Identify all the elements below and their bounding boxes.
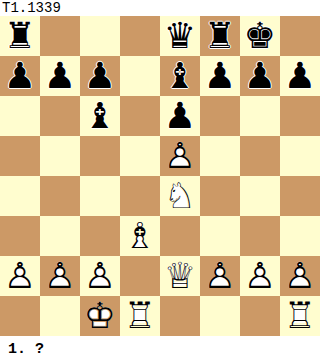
square-e7[interactable]: ♝ xyxy=(160,56,200,96)
black-pawn-icon: ♟ xyxy=(200,56,240,96)
square-b7[interactable]: ♟ xyxy=(40,56,80,96)
square-e5[interactable]: ♟♙ xyxy=(160,136,200,176)
square-a1[interactable] xyxy=(0,296,40,336)
white-rook-icon: ♜♖ xyxy=(120,296,160,336)
square-f1[interactable] xyxy=(200,296,240,336)
square-b3[interactable] xyxy=(40,216,80,256)
white-pawn-outline: ♙ xyxy=(0,256,40,296)
square-b2[interactable]: ♟♙ xyxy=(40,256,80,296)
square-c8[interactable] xyxy=(80,16,120,56)
white-rook-outline: ♖ xyxy=(120,296,160,336)
chess-puzzle-app: T1.1339 ♜♛♜♚♟♟♟♝♟♟♟♝♟♟♙♞♘♝♗♟♙♟♙♟♙♛♕♟♙♟♙♟… xyxy=(0,0,320,358)
black-rook-icon: ♜ xyxy=(0,16,40,56)
white-queen-outline: ♕ xyxy=(160,256,200,296)
square-a5[interactable] xyxy=(0,136,40,176)
square-g1[interactable] xyxy=(240,296,280,336)
white-bishop-icon: ♝♗ xyxy=(120,216,160,256)
white-pawn-outline: ♙ xyxy=(280,256,320,296)
white-pawn-outline: ♙ xyxy=(40,256,80,296)
square-c3[interactable] xyxy=(80,216,120,256)
square-g2[interactable]: ♟♙ xyxy=(240,256,280,296)
square-f7[interactable]: ♟ xyxy=(200,56,240,96)
white-queen-icon: ♛♕ xyxy=(160,256,200,296)
square-c2[interactable]: ♟♙ xyxy=(80,256,120,296)
square-d2[interactable] xyxy=(120,256,160,296)
square-e6[interactable]: ♟ xyxy=(160,96,200,136)
square-d3[interactable]: ♝♗ xyxy=(120,216,160,256)
square-f6[interactable] xyxy=(200,96,240,136)
square-e3[interactable] xyxy=(160,216,200,256)
square-d4[interactable] xyxy=(120,176,160,216)
black-pawn-icon: ♟ xyxy=(160,96,200,136)
white-bishop-outline: ♗ xyxy=(120,216,160,256)
white-pawn-icon: ♟♙ xyxy=(160,136,200,176)
white-knight-outline: ♘ xyxy=(160,176,200,216)
square-c1[interactable]: ♚♔ xyxy=(80,296,120,336)
white-knight-icon: ♞♘ xyxy=(160,176,200,216)
square-c4[interactable] xyxy=(80,176,120,216)
square-f5[interactable] xyxy=(200,136,240,176)
square-b4[interactable] xyxy=(40,176,80,216)
square-h4[interactable] xyxy=(280,176,320,216)
square-e8[interactable]: ♛ xyxy=(160,16,200,56)
square-g7[interactable]: ♟ xyxy=(240,56,280,96)
white-pawn-outline: ♙ xyxy=(160,136,200,176)
square-e1[interactable] xyxy=(160,296,200,336)
square-f3[interactable] xyxy=(200,216,240,256)
white-king-icon: ♚♔ xyxy=(80,296,120,336)
square-d7[interactable] xyxy=(120,56,160,96)
square-h7[interactable]: ♟ xyxy=(280,56,320,96)
white-pawn-icon: ♟♙ xyxy=(80,256,120,296)
square-h6[interactable] xyxy=(280,96,320,136)
chess-board: ♜♛♜♚♟♟♟♝♟♟♟♝♟♟♙♞♘♝♗♟♙♟♙♟♙♛♕♟♙♟♙♟♙♚♔♜♖♜♖ xyxy=(0,16,320,336)
square-b5[interactable] xyxy=(40,136,80,176)
white-rook-icon: ♜♖ xyxy=(280,296,320,336)
square-a4[interactable] xyxy=(0,176,40,216)
square-h5[interactable] xyxy=(280,136,320,176)
white-pawn-icon: ♟♙ xyxy=(0,256,40,296)
square-f2[interactable]: ♟♙ xyxy=(200,256,240,296)
square-h2[interactable]: ♟♙ xyxy=(280,256,320,296)
white-pawn-icon: ♟♙ xyxy=(200,256,240,296)
square-a8[interactable]: ♜ xyxy=(0,16,40,56)
black-bishop-icon: ♝ xyxy=(160,56,200,96)
square-g3[interactable] xyxy=(240,216,280,256)
square-e4[interactable]: ♞♘ xyxy=(160,176,200,216)
white-pawn-icon: ♟♙ xyxy=(240,256,280,296)
black-pawn-icon: ♟ xyxy=(280,56,320,96)
square-c6[interactable]: ♝ xyxy=(80,96,120,136)
square-b8[interactable] xyxy=(40,16,80,56)
square-d8[interactable] xyxy=(120,16,160,56)
white-pawn-outline: ♙ xyxy=(200,256,240,296)
white-rook-outline: ♖ xyxy=(280,296,320,336)
square-f8[interactable]: ♜ xyxy=(200,16,240,56)
black-queen-icon: ♛ xyxy=(160,16,200,56)
square-g6[interactable] xyxy=(240,96,280,136)
black-bishop-icon: ♝ xyxy=(80,96,120,136)
black-rook-icon: ♜ xyxy=(200,16,240,56)
puzzle-id: T1.1339 xyxy=(0,0,320,16)
move-prompt: 1. ? xyxy=(0,336,320,358)
square-f4[interactable] xyxy=(200,176,240,216)
square-d6[interactable] xyxy=(120,96,160,136)
white-pawn-outline: ♙ xyxy=(80,256,120,296)
square-h1[interactable]: ♜♖ xyxy=(280,296,320,336)
square-a3[interactable] xyxy=(0,216,40,256)
white-pawn-icon: ♟♙ xyxy=(280,256,320,296)
white-pawn-icon: ♟♙ xyxy=(40,256,80,296)
square-a7[interactable]: ♟ xyxy=(0,56,40,96)
black-pawn-icon: ♟ xyxy=(80,56,120,96)
square-h3[interactable] xyxy=(280,216,320,256)
black-king-icon: ♚ xyxy=(240,16,280,56)
white-king-outline: ♔ xyxy=(80,296,120,336)
square-e2[interactable]: ♛♕ xyxy=(160,256,200,296)
black-pawn-icon: ♟ xyxy=(240,56,280,96)
square-a2[interactable]: ♟♙ xyxy=(0,256,40,296)
square-g8[interactable]: ♚ xyxy=(240,16,280,56)
square-b1[interactable] xyxy=(40,296,80,336)
square-a6[interactable] xyxy=(0,96,40,136)
square-g5[interactable] xyxy=(240,136,280,176)
square-c7[interactable]: ♟ xyxy=(80,56,120,96)
black-pawn-icon: ♟ xyxy=(40,56,80,96)
square-c5[interactable] xyxy=(80,136,120,176)
white-pawn-outline: ♙ xyxy=(240,256,280,296)
square-d5[interactable] xyxy=(120,136,160,176)
square-b6[interactable] xyxy=(40,96,80,136)
black-pawn-icon: ♟ xyxy=(0,56,40,96)
square-g4[interactable] xyxy=(240,176,280,216)
square-h8[interactable] xyxy=(280,16,320,56)
square-d1[interactable]: ♜♖ xyxy=(120,296,160,336)
